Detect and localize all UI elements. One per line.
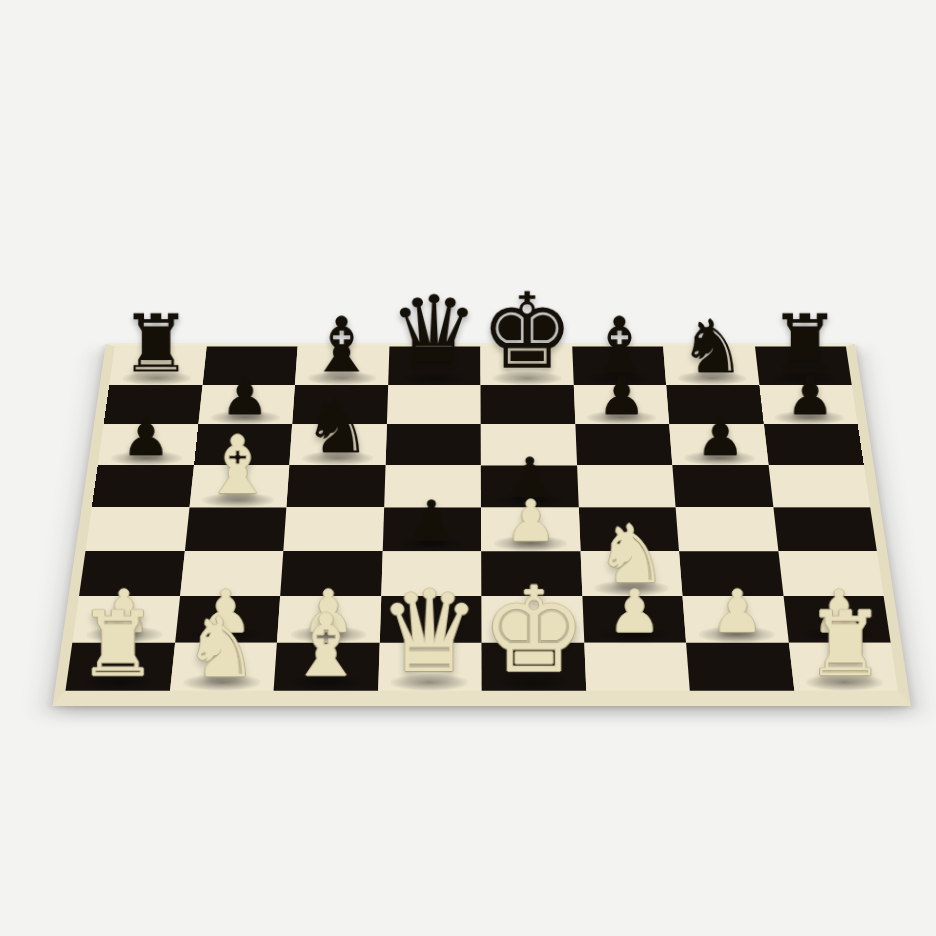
square-d7[interactable] (386, 385, 480, 425)
square-a4[interactable] (85, 507, 189, 551)
square-d4[interactable]: ♟ (382, 507, 481, 551)
white-king-e1[interactable]: ♚ (481, 572, 586, 689)
square-g2[interactable]: ♟ (682, 596, 788, 643)
square-a8[interactable]: ♜ (109, 346, 206, 384)
square-c6[interactable]: ♞ (289, 424, 386, 465)
white-pawn-e4[interactable]: ♟ (505, 493, 556, 550)
square-e4[interactable]: ♟ (481, 507, 580, 551)
square-c8[interactable]: ♝ (295, 346, 389, 384)
square-h4[interactable] (773, 507, 877, 551)
square-f6[interactable] (575, 424, 672, 465)
square-a5[interactable] (92, 465, 194, 507)
black-rook-a8[interactable]: ♜ (120, 304, 192, 384)
square-h6[interactable] (763, 424, 863, 465)
white-queen-d1[interactable]: ♛ (379, 576, 480, 689)
black-bishop-c8[interactable]: ♝ (307, 308, 375, 384)
square-g8[interactable]: ♞ (663, 346, 759, 384)
square-h1[interactable]: ♜ (788, 643, 898, 691)
square-f1[interactable] (584, 643, 690, 691)
square-f7[interactable]: ♟ (573, 385, 669, 425)
square-e7[interactable] (481, 385, 575, 425)
black-pawn-d4[interactable]: ♟ (406, 493, 457, 550)
square-e1[interactable]: ♚ (482, 643, 586, 691)
square-g1[interactable] (686, 643, 794, 691)
square-c1[interactable]: ♝ (274, 643, 380, 691)
white-pawn-g2[interactable]: ♟ (711, 582, 764, 641)
square-a1[interactable]: ♜ (65, 643, 174, 691)
chessboard: ♜♝♛♚♝♞♜♟♟♟♟♞♟♝♟♟♟♞♟♟♟♟♟♟♜♞♝♛♚♜ (53, 344, 911, 706)
black-pawn-b7[interactable]: ♟ (221, 369, 270, 423)
square-f2[interactable]: ♟ (582, 596, 686, 643)
white-bishop-b5[interactable]: ♝ (202, 426, 274, 506)
black-pawn-f7[interactable]: ♟ (598, 369, 647, 423)
board-scene: ♜♝♛♚♝♞♜♟♟♟♟♞♟♝♟♟♟♞♟♟♟♟♟♟♜♞♝♛♚♜ (0, 0, 936, 936)
white-pawn-f2[interactable]: ♟ (609, 582, 662, 641)
square-d8[interactable]: ♛ (388, 346, 481, 384)
square-b1[interactable]: ♞ (170, 643, 277, 691)
square-g4[interactable] (676, 507, 778, 551)
square-c5[interactable] (286, 465, 385, 507)
square-h7[interactable]: ♟ (759, 385, 858, 425)
white-knight-b1[interactable]: ♞ (184, 606, 259, 689)
black-knight-g8[interactable]: ♞ (679, 309, 746, 383)
black-pawn-g6[interactable]: ♟ (695, 409, 744, 464)
black-queen-d8[interactable]: ♛ (389, 283, 479, 384)
square-g5[interactable] (672, 465, 773, 507)
square-a6[interactable]: ♟ (98, 424, 198, 465)
square-e8[interactable]: ♚ (480, 346, 573, 384)
photo-canvas: ♜♝♛♚♝♞♜♟♟♟♟♞♟♝♟♟♟♞♟♟♟♟♟♟♜♞♝♛♚♜ (0, 0, 936, 936)
square-g6[interactable]: ♟ (669, 424, 768, 465)
black-pawn-a6[interactable]: ♟ (121, 409, 170, 464)
square-b4[interactable] (184, 507, 286, 551)
white-rook-a1[interactable]: ♜ (78, 600, 158, 690)
black-pawn-h7[interactable]: ♟ (786, 369, 835, 423)
square-b5[interactable]: ♝ (189, 465, 289, 507)
square-d1[interactable]: ♛ (378, 643, 482, 691)
white-rook-h1[interactable]: ♜ (806, 600, 886, 690)
square-d6[interactable] (385, 424, 481, 465)
square-f5[interactable] (577, 465, 676, 507)
square-h5[interactable] (768, 465, 870, 507)
square-c4[interactable] (283, 507, 383, 551)
white-bishop-c1[interactable]: ♝ (287, 604, 363, 689)
black-knight-c6[interactable]: ♞ (303, 387, 372, 464)
black-king-e8[interactable]: ♚ (480, 279, 574, 384)
